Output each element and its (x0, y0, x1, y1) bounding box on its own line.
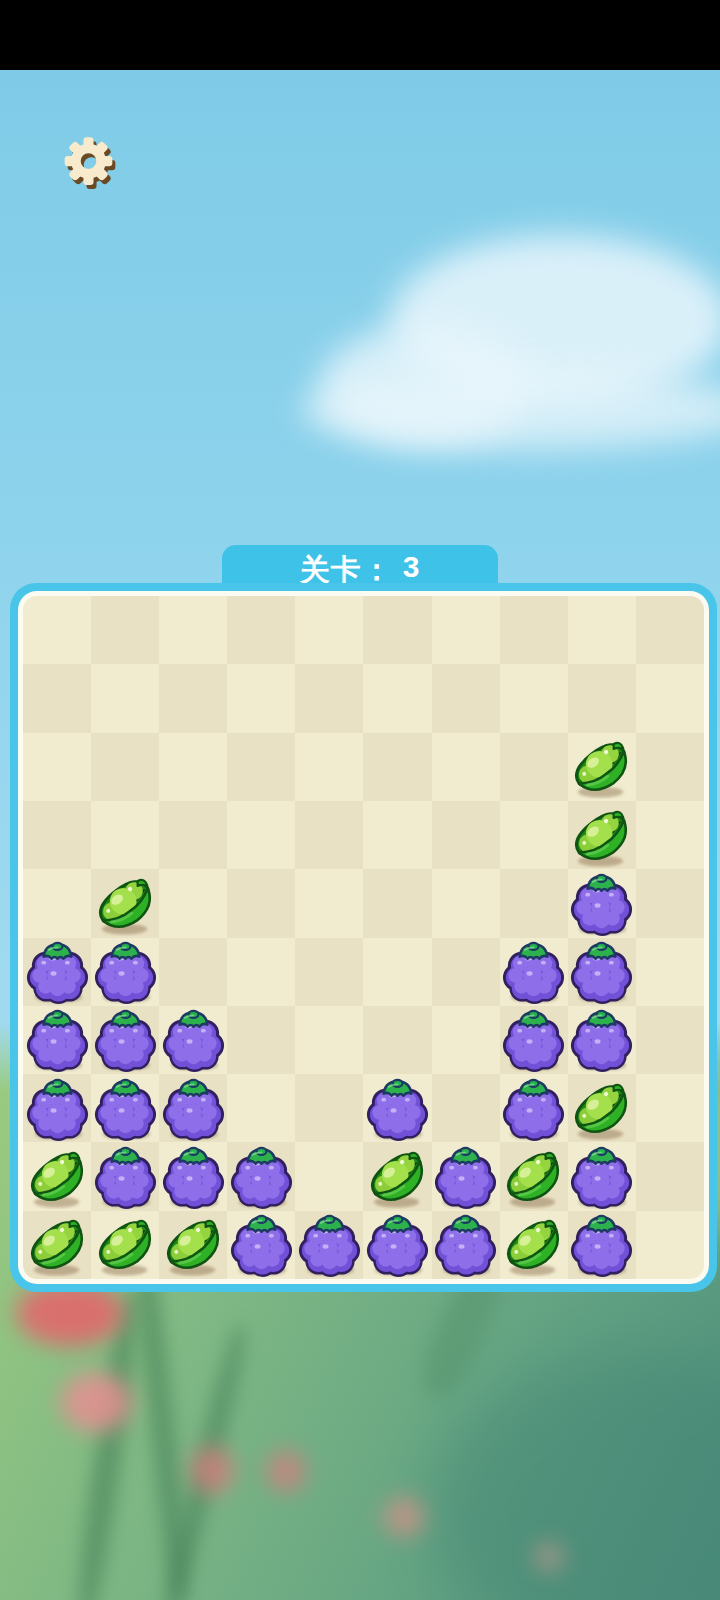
cloud (300, 370, 720, 450)
cell-r2c0[interactable] (23, 733, 91, 801)
cell-r3c9[interactable] (636, 801, 704, 869)
cell-r7c0[interactable] (23, 1074, 91, 1142)
cell-r6c0[interactable] (23, 1006, 91, 1074)
pea-pod-piece[interactable] (160, 1211, 227, 1278)
cell-r0c6[interactable] (432, 596, 500, 664)
cell-r3c0[interactable] (23, 801, 91, 869)
cell-r1c7[interactable] (500, 664, 568, 732)
cell-r5c9[interactable] (636, 938, 704, 1006)
pea-pod-piece[interactable] (24, 1143, 91, 1210)
status-bar (0, 0, 720, 70)
cell-r7c3[interactable] (227, 1074, 295, 1142)
cell-r9c8[interactable] (568, 1211, 636, 1279)
cell-r8c3[interactable] (227, 1142, 295, 1210)
flower (383, 1496, 425, 1538)
cell-r0c5[interactable] (363, 596, 431, 664)
cell-r7c1[interactable] (91, 1074, 159, 1142)
cell-r2c3[interactable] (227, 733, 295, 801)
cell-r0c1[interactable] (91, 596, 159, 664)
cell-r2c2[interactable] (159, 733, 227, 801)
cell-r2c5[interactable] (363, 733, 431, 801)
cell-r7c5[interactable] (363, 1074, 431, 1142)
cell-r6c5[interactable] (363, 1006, 431, 1074)
cell-r5c0[interactable] (23, 938, 91, 1006)
cell-r3c3[interactable] (227, 801, 295, 869)
cell-r6c4[interactable] (295, 1006, 363, 1074)
blackberry-piece[interactable] (160, 1143, 227, 1210)
cell-r2c1[interactable] (91, 733, 159, 801)
board-grid (23, 596, 704, 1279)
cell-r4c0[interactable] (23, 869, 91, 937)
cell-r7c8[interactable] (568, 1074, 636, 1142)
cell-r7c2[interactable] (159, 1074, 227, 1142)
blackberry-piece[interactable] (92, 938, 159, 1005)
blackberry-piece[interactable] (24, 1006, 91, 1073)
cell-r3c8[interactable] (568, 801, 636, 869)
cell-r8c0[interactable] (23, 1142, 91, 1210)
cell-r7c6[interactable] (432, 1074, 500, 1142)
blackberry-piece[interactable] (296, 1211, 363, 1278)
cell-r9c4[interactable] (295, 1211, 363, 1279)
cell-r3c1[interactable] (91, 801, 159, 869)
cell-r9c5[interactable] (363, 1211, 431, 1279)
cell-r3c6[interactable] (432, 801, 500, 869)
blackberry-piece[interactable] (568, 1006, 635, 1073)
cell-r1c6[interactable] (432, 664, 500, 732)
cell-r0c9[interactable] (636, 596, 704, 664)
cell-r7c7[interactable] (500, 1074, 568, 1142)
cell-r2c7[interactable] (500, 733, 568, 801)
blackberry-piece[interactable] (228, 1143, 295, 1210)
cell-r4c7[interactable] (500, 869, 568, 937)
cell-r1c2[interactable] (159, 664, 227, 732)
cell-r6c2[interactable] (159, 1006, 227, 1074)
cell-r6c9[interactable] (636, 1006, 704, 1074)
cell-r5c4[interactable] (295, 938, 363, 1006)
cell-r1c3[interactable] (227, 664, 295, 732)
blackberry-piece[interactable] (432, 1211, 499, 1278)
cell-r2c9[interactable] (636, 733, 704, 801)
cell-r4c3[interactable] (227, 869, 295, 937)
pea-pod-piece[interactable] (92, 870, 159, 937)
cell-r8c7[interactable] (500, 1142, 568, 1210)
cell-r8c6[interactable] (432, 1142, 500, 1210)
blackberry-piece[interactable] (364, 1211, 431, 1278)
cell-r0c3[interactable] (227, 596, 295, 664)
cell-r5c6[interactable] (432, 938, 500, 1006)
cell-r8c9[interactable] (636, 1142, 704, 1210)
cell-r5c8[interactable] (568, 938, 636, 1006)
pea-pod-piece[interactable] (568, 1075, 635, 1142)
cell-r5c5[interactable] (363, 938, 431, 1006)
cell-r6c6[interactable] (432, 1006, 500, 1074)
cell-r3c2[interactable] (159, 801, 227, 869)
cell-r2c8[interactable] (568, 733, 636, 801)
cell-r9c7[interactable] (500, 1211, 568, 1279)
cell-r1c5[interactable] (363, 664, 431, 732)
cell-r1c0[interactable] (23, 664, 91, 732)
cell-r4c4[interactable] (295, 869, 363, 937)
pea-pod-piece[interactable] (500, 1211, 567, 1278)
cell-r3c4[interactable] (295, 801, 363, 869)
cell-r9c9[interactable] (636, 1211, 704, 1279)
cell-r5c2[interactable] (159, 938, 227, 1006)
blackberry-piece[interactable] (24, 1075, 91, 1142)
blackberry-piece[interactable] (24, 938, 91, 1005)
blackberry-piece[interactable] (568, 1143, 635, 1210)
cell-r4c2[interactable] (159, 869, 227, 937)
flower (60, 1372, 132, 1432)
blackberry-piece[interactable] (160, 1006, 227, 1073)
pea-pod-piece[interactable] (24, 1211, 91, 1278)
cell-r7c9[interactable] (636, 1074, 704, 1142)
cell-r5c1[interactable] (91, 938, 159, 1006)
cell-r1c8[interactable] (568, 664, 636, 732)
grass-shadow (430, 1352, 720, 1600)
cell-r8c1[interactable] (91, 1142, 159, 1210)
cell-r3c5[interactable] (363, 801, 431, 869)
cell-r2c6[interactable] (432, 733, 500, 801)
flower (190, 1446, 234, 1494)
pea-pod-piece[interactable] (568, 733, 635, 800)
cell-r8c5[interactable] (363, 1142, 431, 1210)
cell-r5c7[interactable] (500, 938, 568, 1006)
blackberry-piece[interactable] (500, 1006, 567, 1073)
blackberry-piece[interactable] (568, 1211, 635, 1278)
blackberry-piece[interactable] (92, 1075, 159, 1142)
cell-r6c3[interactable] (227, 1006, 295, 1074)
cell-r0c7[interactable] (500, 596, 568, 664)
cell-r8c8[interactable] (568, 1142, 636, 1210)
cell-r9c2[interactable] (159, 1211, 227, 1279)
cell-r9c1[interactable] (91, 1211, 159, 1279)
cell-r8c4[interactable] (295, 1142, 363, 1210)
cell-r4c8[interactable] (568, 869, 636, 937)
cell-r2c4[interactable] (295, 733, 363, 801)
cell-r7c4[interactable] (295, 1074, 363, 1142)
blackberry-piece[interactable] (432, 1143, 499, 1210)
blackberry-piece[interactable] (364, 1075, 431, 1142)
cell-r9c3[interactable] (227, 1211, 295, 1279)
blackberry-piece[interactable] (568, 870, 635, 937)
blackberry-piece[interactable] (92, 1006, 159, 1073)
cell-r3c7[interactable] (500, 801, 568, 869)
cell-r8c2[interactable] (159, 1142, 227, 1210)
flower (534, 1542, 564, 1572)
cell-r5c3[interactable] (227, 938, 295, 1006)
gear-icon (61, 132, 116, 192)
pea-pod-piece[interactable] (364, 1143, 431, 1210)
cell-r9c6[interactable] (432, 1211, 500, 1279)
cell-r1c9[interactable] (636, 664, 704, 732)
cell-r4c1[interactable] (91, 869, 159, 937)
blackberry-piece[interactable] (568, 938, 635, 1005)
pea-pod-piece[interactable] (92, 1211, 159, 1278)
cell-r4c9[interactable] (636, 869, 704, 937)
cell-r0c8[interactable] (568, 596, 636, 664)
game-screen: 关卡： 3 (0, 0, 720, 1600)
level-value: 3 (403, 550, 421, 584)
cell-r4c5[interactable] (363, 869, 431, 937)
cell-r6c8[interactable] (568, 1006, 636, 1074)
game-board (10, 583, 717, 1292)
blackberry-piece[interactable] (500, 938, 567, 1005)
cell-r1c1[interactable] (91, 664, 159, 732)
blackberry-piece[interactable] (160, 1075, 227, 1142)
cell-r4c6[interactable] (432, 869, 500, 937)
cell-r0c2[interactable] (159, 596, 227, 664)
pea-pod-piece[interactable] (500, 1143, 567, 1210)
cell-r6c7[interactable] (500, 1006, 568, 1074)
flower (266, 1450, 306, 1492)
pea-pod-piece[interactable] (568, 802, 635, 869)
settings-button[interactable] (58, 130, 118, 196)
cell-r9c0[interactable] (23, 1211, 91, 1279)
blackberry-piece[interactable] (228, 1211, 295, 1278)
cell-r0c4[interactable] (295, 596, 363, 664)
blackberry-piece[interactable] (500, 1075, 567, 1142)
board-frame (18, 591, 709, 1284)
cell-r1c4[interactable] (295, 664, 363, 732)
cell-r6c1[interactable] (91, 1006, 159, 1074)
blackberry-piece[interactable] (92, 1143, 159, 1210)
cell-r0c0[interactable] (23, 596, 91, 664)
